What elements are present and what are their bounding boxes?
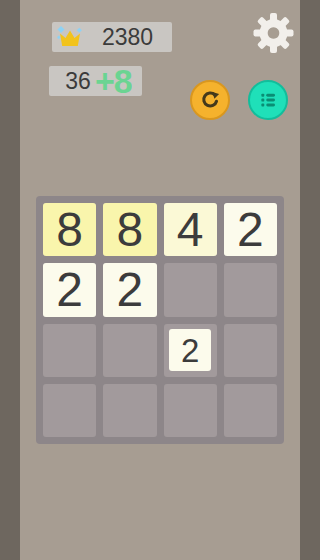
tile-2: 2 [103,263,156,316]
game-screen: 2380 36 +8 [20,0,300,560]
board-cell: 2 [164,324,217,377]
gear-icon [253,13,294,53]
board-cell [43,384,96,437]
tile-8: 8 [43,203,96,256]
board-cell: 2 [103,263,156,316]
tile-8: 8 [103,203,156,256]
refresh-icon [196,86,224,114]
board-cell: 4 [164,203,217,256]
board-cell [164,384,217,437]
tile-2: 2 [169,329,211,371]
crown-icon [57,25,83,49]
tile-2: 2 [43,263,96,316]
settings-button[interactable] [253,13,294,53]
score-bar: 36 +8 [49,66,142,96]
board-cell [224,324,277,377]
score-delta: +8 [95,66,132,96]
tile-2: 2 [224,203,277,256]
board-cell [164,263,217,316]
board-cell [103,324,156,377]
board-cell [224,384,277,437]
board-cell: 8 [43,203,96,256]
board-cell: 2 [43,263,96,316]
board-cell [103,384,156,437]
board-cell: 8 [103,203,156,256]
board-cell: 2 [224,203,277,256]
list-icon [254,86,282,114]
best-score-value: 2380 [83,22,172,52]
score-value: 36 [65,66,91,96]
best-score-bar: 2380 [52,22,172,52]
tile-4: 4 [164,203,217,256]
board-cell [224,263,277,316]
board[interactable]: 8842222 [36,196,284,444]
menu-button[interactable] [248,80,288,120]
restart-button[interactable] [190,80,230,120]
board-cell [43,324,96,377]
